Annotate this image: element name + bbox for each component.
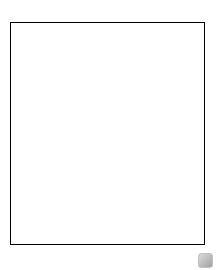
watermark [198,253,215,268]
watermark-logo-icon [198,253,213,268]
xiangqi-diagram [0,0,216,270]
xiangqi-board [10,22,205,245]
